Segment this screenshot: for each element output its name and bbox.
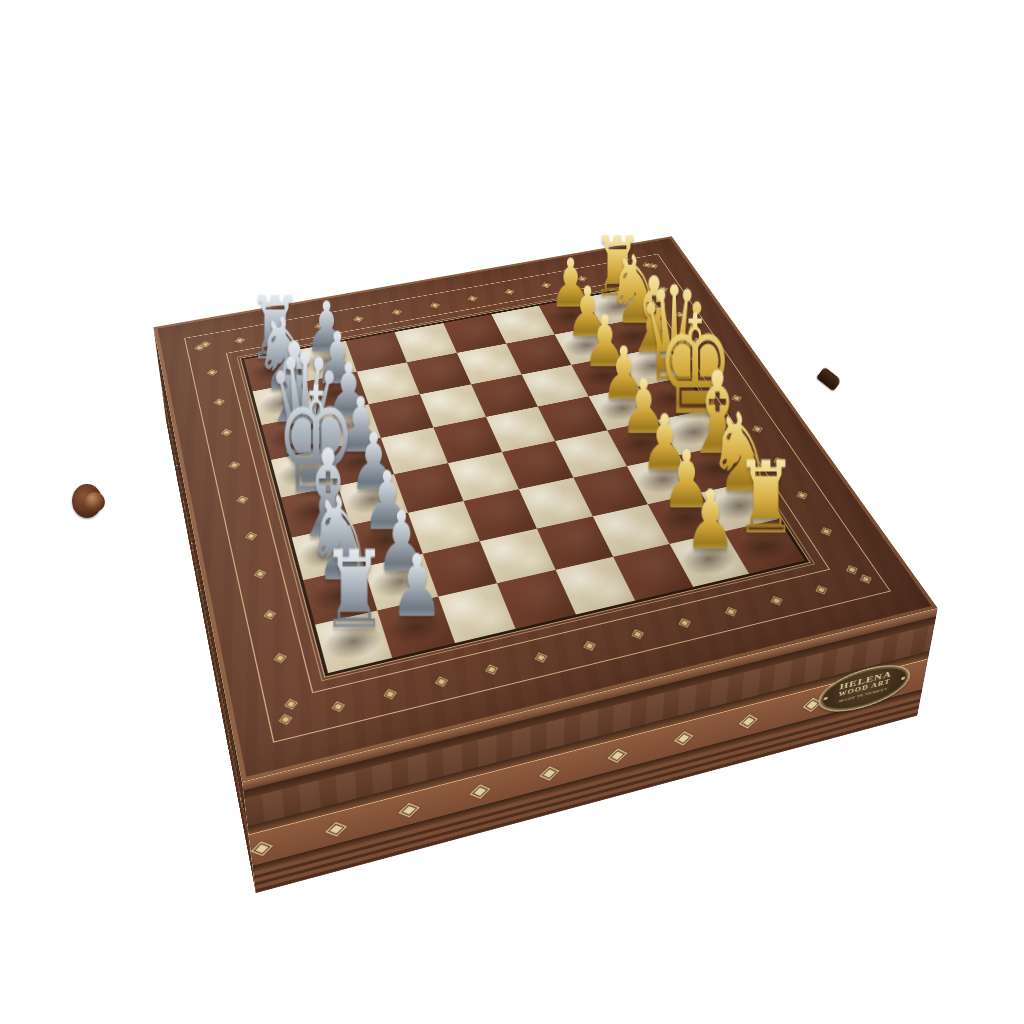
square-f5	[519, 477, 593, 528]
perspective-wrapper: ◈ ◈ ◈ ◈ ◈ ◈ ◈ ◈ ◈ ◈ ◈ ◈ ◈ ◈ ◈ ◈ ◈ ◈ ◈ ◈ …	[0, 0, 1024, 1024]
square-g5	[537, 516, 613, 570]
black-pawn-h7: ♟	[658, 479, 762, 561]
square-f4	[464, 489, 537, 541]
product-photo-scene: ◈ ◈ ◈ ◈ ◈ ◈ ◈ ◈ ◈ ◈ ◈ ◈ ◈ ◈ ◈ ◈ ◈ ◈ ◈ ◈ …	[0, 0, 1024, 1024]
square-e4	[448, 452, 519, 501]
drawer-knob	[72, 482, 106, 520]
knob-cap	[85, 492, 105, 512]
square-g4	[480, 528, 556, 583]
white-rook-h1: ♜	[299, 537, 410, 644]
chess-box: ◈ ◈ ◈ ◈ ◈ ◈ ◈ ◈ ◈ ◈ ◈ ◈ ◈ ◈ ◈ ◈ ◈ ◈ ◈ ◈ …	[154, 236, 938, 782]
square-h5	[556, 557, 635, 615]
square-h4	[497, 570, 576, 629]
